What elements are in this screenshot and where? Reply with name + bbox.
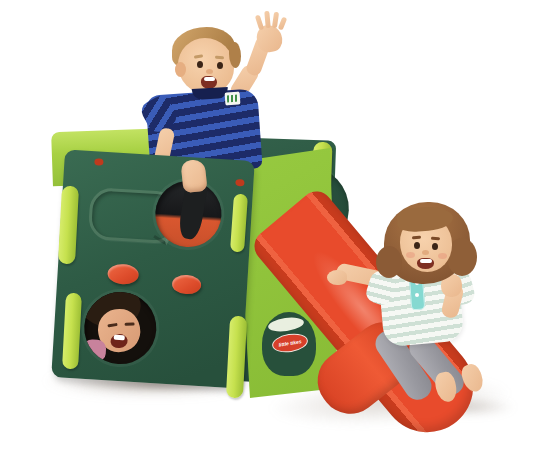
boy-nose [206, 69, 213, 74]
boy-ear [175, 62, 186, 77]
boy-teeth [204, 77, 215, 81]
girl-cheek [438, 253, 447, 259]
placket-button [415, 293, 419, 297]
girl-teeth [420, 259, 432, 263]
boy-eye [197, 61, 203, 68]
shirt-patch-marks [227, 95, 238, 103]
girl-eyebrow [431, 237, 440, 241]
porthole-child-eye [124, 322, 134, 325]
porthole-child-clothing [82, 339, 106, 362]
porthole-child-teeth [114, 335, 125, 340]
red-rivet [94, 158, 103, 166]
red-grab-handle [172, 274, 202, 295]
boy-finger [264, 11, 270, 28]
boy-hair-side [229, 42, 241, 68]
girl-hand-on-slide [327, 270, 347, 285]
little-tikes-logo-text: little tikes [278, 338, 302, 348]
boy-finger [278, 17, 288, 31]
red-rivet [235, 179, 244, 187]
boy-finger [255, 15, 264, 31]
girl-nose [422, 250, 429, 255]
girl-hair-curl [376, 246, 402, 278]
shirt-logo-patch [225, 91, 241, 105]
girl-eye [432, 243, 438, 250]
cube-front-panel [51, 149, 255, 388]
product-photo: Studio product photo on a white backgrou… [0, 0, 550, 450]
red-grab-handle [107, 263, 139, 285]
lower-porthole [82, 290, 158, 366]
boy-eye [217, 62, 223, 69]
girl-cheek [406, 252, 415, 258]
girl-eye [414, 242, 420, 249]
